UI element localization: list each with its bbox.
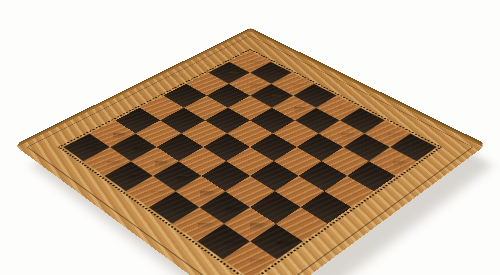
piece-glyph: ♟: [258, 69, 285, 100]
square-h1: ♜: [229, 51, 270, 72]
piece-glyph: ♟: [216, 47, 242, 77]
square-h5: [140, 96, 184, 121]
square-d2: ♟: [295, 108, 340, 134]
square-f2: ♟: [250, 84, 293, 108]
square-e4: [227, 120, 273, 147]
square-f1: ♝: [271, 73, 314, 96]
chess-set-product-photo: ♜♞♝♛♚♝♞♜♟♟♟♟♟♟♟♟♟♟♟♟♟♟♟♟♜♞♝♛♚♝♞♜ ♛♛: [0, 0, 500, 275]
square-f4: [205, 108, 250, 134]
square-c5: [250, 161, 299, 191]
piece-glyph: ♜: [230, 220, 269, 264]
square-a8: ♜: [223, 241, 277, 275]
piece-glyph: ♟: [280, 80, 308, 111]
piece-glyph: ♚: [293, 51, 336, 99]
square-e2: ♟: [272, 96, 316, 121]
square-g2: ♟: [229, 73, 272, 96]
piece-glyph: ♛: [317, 64, 359, 111]
square-h4: [163, 84, 206, 108]
square-e3: [250, 108, 295, 134]
piece-glyph: ♟: [378, 132, 408, 166]
square-e1: ♚: [293, 84, 336, 108]
square-f3: [228, 96, 272, 121]
piece-glyph: ♞: [254, 39, 288, 77]
piece-glyph: ♝: [343, 82, 381, 124]
piece-glyph: ♛: [134, 50, 175, 96]
piece-glyph: ♛: [151, 34, 191, 79]
chess-board: ♜♞♝♛♚♝♞♜♟♟♟♟♟♟♟♟♟♟♟♟♟♟♟♟♜♞♝♛♚♝♞♜ ♛♛: [17, 31, 484, 275]
square-d3: [273, 120, 319, 147]
square-h3: [186, 73, 229, 96]
square-d4: [250, 133, 297, 161]
board-3d-scene: ♜♞♝♛♚♝♞♜♟♟♟♟♟♟♟♟♟♟♟♟♟♟♟♟♜♞♝♛♚♝♞♜ ♛♛: [0, 0, 500, 275]
piece-glyph: ♟: [327, 105, 356, 137]
square-c2: ♟: [319, 120, 365, 147]
square-g1: ♞: [250, 62, 292, 84]
square-h2: ♟: [208, 62, 250, 84]
piece-glyph: ♝: [275, 47, 311, 87]
square-d1: ♛: [316, 96, 360, 121]
piece-glyph: ♟: [303, 92, 331, 124]
square-g3: [207, 84, 250, 108]
piece-glyph: ♟: [237, 57, 264, 87]
piece-glyph: ♜: [235, 32, 265, 65]
square-g4: [184, 96, 228, 121]
